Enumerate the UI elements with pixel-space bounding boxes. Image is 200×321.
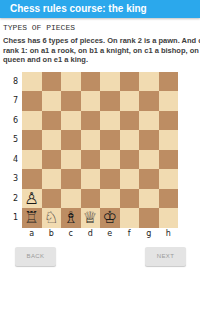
chess-board: 8765432♙1♖♘♗♕♔abcdefgh [0, 72, 200, 240]
file-label-e: e [100, 228, 120, 240]
file-label-c: c [61, 228, 81, 240]
square-f4 [120, 150, 140, 170]
rank-label-2: 2 [0, 189, 22, 209]
square-b3 [42, 169, 62, 189]
white-knight: ♘ [44, 208, 59, 228]
square-b7 [42, 91, 62, 111]
next-button[interactable]: NEXT [145, 247, 186, 266]
title-bar: Chess rules course: the king [0, 0, 200, 18]
file-label-h: h [159, 228, 179, 240]
square-h3 [159, 169, 179, 189]
square-g5 [139, 130, 159, 150]
rank-label-4: 4 [0, 150, 22, 170]
square-e5 [100, 130, 120, 150]
white-queen: ♕ [83, 208, 98, 228]
file-label-f: f [120, 228, 140, 240]
white-bishop: ♗ [63, 208, 78, 228]
lesson-body-line-3: queen and on e1 a king. [3, 55, 197, 65]
square-g3 [139, 169, 159, 189]
square-b5 [42, 130, 62, 150]
square-h6 [159, 111, 179, 131]
square-e6 [100, 111, 120, 131]
square-e2 [100, 189, 120, 209]
page-title: Chess rules course: the king [10, 3, 147, 14]
square-e1: ♔ [100, 208, 120, 228]
board-corner-spacer [0, 228, 22, 240]
square-h2 [159, 189, 179, 209]
square-c7 [61, 91, 81, 111]
square-g2 [139, 189, 159, 209]
file-label-a: a [22, 228, 42, 240]
square-b2 [42, 189, 62, 209]
square-d7 [81, 91, 101, 111]
square-a8 [22, 72, 42, 92]
square-c2 [61, 189, 81, 209]
square-g7 [139, 91, 159, 111]
square-a1: ♖ [22, 208, 42, 228]
rank-label-8: 8 [0, 72, 22, 92]
square-d5 [81, 130, 101, 150]
square-f7 [120, 91, 140, 111]
square-e3 [100, 169, 120, 189]
square-d1: ♕ [81, 208, 101, 228]
square-a4 [22, 150, 42, 170]
white-rook: ♖ [24, 208, 39, 228]
back-button[interactable]: BACK [15, 247, 56, 266]
file-label-d: d [81, 228, 101, 240]
white-pawn: ♙ [24, 189, 39, 209]
square-c1: ♗ [61, 208, 81, 228]
square-e8 [100, 72, 120, 92]
square-a3 [22, 169, 42, 189]
square-c6 [61, 111, 81, 131]
rank-label-3: 3 [0, 169, 22, 189]
square-f3 [120, 169, 140, 189]
square-f2 [120, 189, 140, 209]
square-e7 [100, 91, 120, 111]
square-b1: ♘ [42, 208, 62, 228]
file-label-b: b [42, 228, 62, 240]
rank-label-7: 7 [0, 91, 22, 111]
square-d3 [81, 169, 101, 189]
lesson-heading: TYPES OF PIECES [3, 23, 200, 32]
rank-label-1: 1 [0, 208, 22, 228]
square-a2: ♙ [22, 189, 42, 209]
square-h8 [159, 72, 179, 92]
square-f5 [120, 130, 140, 150]
square-d6 [81, 111, 101, 131]
square-c4 [61, 150, 81, 170]
rank-label-6: 6 [0, 111, 22, 131]
square-d2 [81, 189, 101, 209]
square-g6 [139, 111, 159, 131]
lesson-body-line-2: rank 1: on a1 a rook, on b1 a knight, on… [3, 46, 197, 56]
lesson-body: Chess has 6 types of pieces. On rank 2 i… [3, 36, 197, 65]
square-f1 [120, 208, 140, 228]
square-g8 [139, 72, 159, 92]
square-a5 [22, 130, 42, 150]
square-h7 [159, 91, 179, 111]
square-g1 [139, 208, 159, 228]
square-f8 [120, 72, 140, 92]
white-king: ♔ [102, 208, 117, 228]
square-a7 [22, 91, 42, 111]
square-b4 [42, 150, 62, 170]
square-c5 [61, 130, 81, 150]
square-b8 [42, 72, 62, 92]
square-a6 [22, 111, 42, 131]
square-d4 [81, 150, 101, 170]
square-g4 [139, 150, 159, 170]
square-e4 [100, 150, 120, 170]
square-h4 [159, 150, 179, 170]
rank-label-5: 5 [0, 130, 22, 150]
square-h1 [159, 208, 179, 228]
square-h5 [159, 130, 179, 150]
square-d8 [81, 72, 101, 92]
square-b6 [42, 111, 62, 131]
square-c3 [61, 169, 81, 189]
square-c8 [61, 72, 81, 92]
file-label-g: g [139, 228, 159, 240]
square-f6 [120, 111, 140, 131]
lesson-body-line-1: Chess has 6 types of pieces. On rank 2 i… [3, 36, 197, 46]
button-row: BACK NEXT [0, 247, 200, 266]
